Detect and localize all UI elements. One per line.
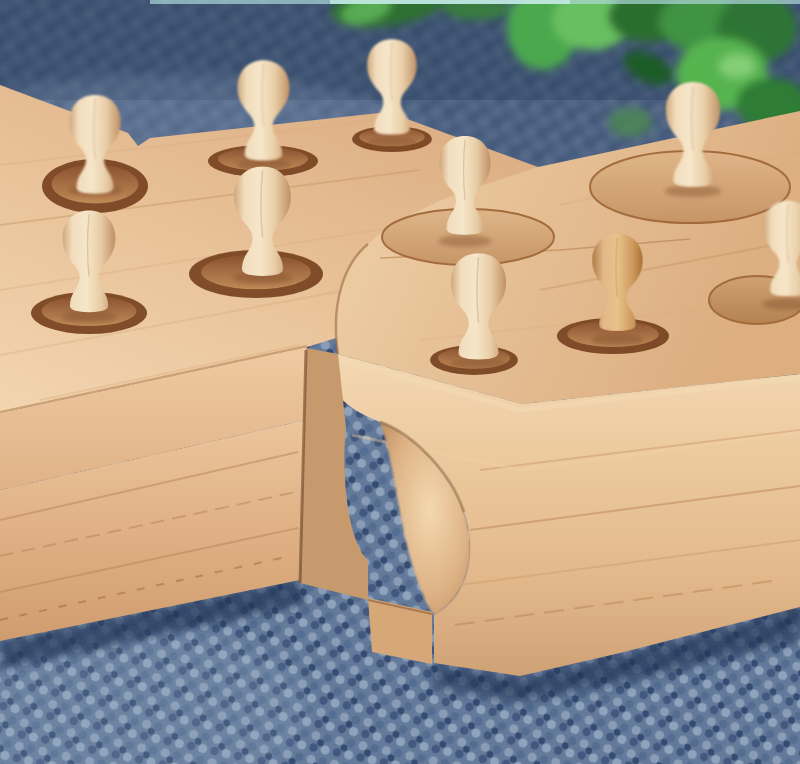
knob-contact-shadow-R2 (664, 185, 721, 197)
knob-contact-shadow-R4 (591, 334, 644, 346)
leaf-icon (608, 107, 652, 137)
knob-contact-shadow-L3 (366, 137, 418, 149)
knob-contact-shadow-L4 (61, 311, 116, 323)
product-photo-scene (0, 0, 800, 764)
knob-contact-shadow-R1 (438, 235, 492, 247)
leaf-highlight (719, 54, 755, 78)
knob-contact-shadow-R5 (450, 358, 508, 370)
photo-top-edge-strip-bright (330, 0, 570, 4)
cylinder-blocks-photo (0, 0, 800, 764)
